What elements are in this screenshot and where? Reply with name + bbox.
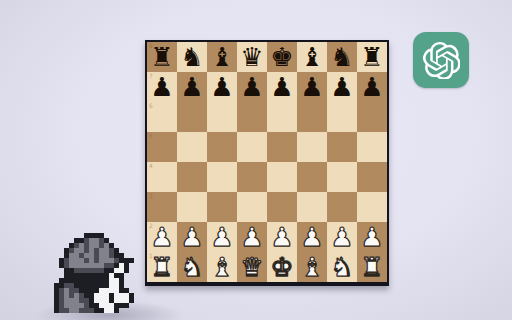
square-c2[interactable]: ♟: [207, 222, 237, 252]
square-h2[interactable]: ♟: [357, 222, 387, 252]
square-a4[interactable]: 4: [147, 162, 177, 192]
square-c8[interactable]: ♝: [207, 42, 237, 72]
black-queen: ♛: [240, 42, 263, 72]
white-king: ♚: [270, 252, 293, 282]
square-g5[interactable]: [327, 132, 357, 162]
square-a6[interactable]: 6: [147, 102, 177, 132]
square-c6[interactable]: [207, 102, 237, 132]
square-e7[interactable]: ♟: [267, 72, 297, 102]
square-c1[interactable]: ♝: [207, 252, 237, 282]
square-b5[interactable]: [177, 132, 207, 162]
square-b4[interactable]: [177, 162, 207, 192]
black-pawn: ♟: [330, 72, 353, 102]
rank-label: 4: [149, 162, 153, 169]
square-g3[interactable]: [327, 192, 357, 222]
square-b8[interactable]: ♞: [177, 42, 207, 72]
square-g1[interactable]: ♞: [327, 252, 357, 282]
square-b2[interactable]: ♟: [177, 222, 207, 252]
white-pawn: ♟: [180, 222, 203, 252]
square-d8[interactable]: ♛: [237, 42, 267, 72]
white-pawn: ♟: [360, 222, 383, 252]
square-a1[interactable]: 1♜: [147, 252, 177, 282]
white-rook: ♜: [360, 252, 383, 282]
rank-label: 5: [149, 132, 153, 139]
black-king: ♚: [270, 42, 293, 72]
white-pawn: ♟: [240, 222, 263, 252]
black-pawn: ♟: [240, 72, 263, 102]
black-knight: ♞: [330, 42, 353, 72]
square-c3[interactable]: [207, 192, 237, 222]
square-h7[interactable]: ♟: [357, 72, 387, 102]
square-f7[interactable]: ♟: [297, 72, 327, 102]
square-g8[interactable]: ♞: [327, 42, 357, 72]
white-knight: ♞: [330, 252, 353, 282]
square-g7[interactable]: ♟: [327, 72, 357, 102]
square-f5[interactable]: [297, 132, 327, 162]
square-f2[interactable]: ♟: [297, 222, 327, 252]
black-pawn: ♟: [300, 72, 323, 102]
white-pawn: ♟: [150, 222, 173, 252]
square-e6[interactable]: [267, 102, 297, 132]
square-h5[interactable]: [357, 132, 387, 162]
square-b6[interactable]: [177, 102, 207, 132]
rank-label: 6: [149, 102, 153, 109]
white-pawn: ♟: [270, 222, 293, 252]
square-a8[interactable]: 8♜: [147, 42, 177, 72]
square-h4[interactable]: [357, 162, 387, 192]
white-pawn: ♟: [330, 222, 353, 252]
square-h3[interactable]: [357, 192, 387, 222]
square-e8[interactable]: ♚: [267, 42, 297, 72]
black-knight: ♞: [180, 42, 203, 72]
black-bishop: ♝: [300, 42, 323, 72]
square-f3[interactable]: [297, 192, 327, 222]
square-c7[interactable]: ♟: [207, 72, 237, 102]
square-a3[interactable]: 3: [147, 192, 177, 222]
square-d4[interactable]: [237, 162, 267, 192]
chatgpt-logo-icon: [422, 41, 460, 79]
square-d2[interactable]: ♟: [237, 222, 267, 252]
pixel-character: [54, 233, 134, 317]
square-b7[interactable]: ♟: [177, 72, 207, 102]
square-h8[interactable]: ♜: [357, 42, 387, 72]
scene: 8♜♞♝♛♚♝♞♜7♟♟♟♟♟♟♟♟65432♟♟♟♟♟♟♟♟1♜♞♝♛♚♝♞♜: [0, 0, 512, 320]
square-e2[interactable]: ♟: [267, 222, 297, 252]
white-knight: ♞: [180, 252, 203, 282]
square-d5[interactable]: [237, 132, 267, 162]
square-c4[interactable]: [207, 162, 237, 192]
square-e1[interactable]: ♚: [267, 252, 297, 282]
square-f6[interactable]: [297, 102, 327, 132]
square-c5[interactable]: [207, 132, 237, 162]
black-rook: ♜: [360, 42, 383, 72]
white-bishop: ♝: [210, 252, 233, 282]
white-pawn: ♟: [300, 222, 323, 252]
black-pawn: ♟: [360, 72, 383, 102]
chessboard: 8♜♞♝♛♚♝♞♜7♟♟♟♟♟♟♟♟65432♟♟♟♟♟♟♟♟1♜♞♝♛♚♝♞♜: [145, 40, 389, 286]
square-f1[interactable]: ♝: [297, 252, 327, 282]
black-rook: ♜: [150, 42, 173, 72]
black-pawn: ♟: [150, 72, 173, 102]
square-a7[interactable]: 7♟: [147, 72, 177, 102]
chatgpt-avatar: [413, 32, 469, 88]
white-queen: ♛: [240, 252, 263, 282]
white-rook: ♜: [150, 252, 173, 282]
square-d1[interactable]: ♛: [237, 252, 267, 282]
black-bishop: ♝: [210, 42, 233, 72]
square-e3[interactable]: [267, 192, 297, 222]
square-e4[interactable]: [267, 162, 297, 192]
square-d7[interactable]: ♟: [237, 72, 267, 102]
square-h6[interactable]: [357, 102, 387, 132]
square-a2[interactable]: 2♟: [147, 222, 177, 252]
square-g4[interactable]: [327, 162, 357, 192]
square-e5[interactable]: [267, 132, 297, 162]
black-pawn: ♟: [270, 72, 293, 102]
white-bishop: ♝: [300, 252, 323, 282]
square-f8[interactable]: ♝: [297, 42, 327, 72]
black-pawn: ♟: [210, 72, 233, 102]
square-d3[interactable]: [237, 192, 267, 222]
square-a5[interactable]: 5: [147, 132, 177, 162]
square-g2[interactable]: ♟: [327, 222, 357, 252]
square-h1[interactable]: ♜: [357, 252, 387, 282]
square-g6[interactable]: [327, 102, 357, 132]
rank-label: 3: [149, 192, 153, 199]
square-f4[interactable]: [297, 162, 327, 192]
square-d6[interactable]: [237, 102, 267, 132]
black-pawn: ♟: [180, 72, 203, 102]
white-pawn: ♟: [210, 222, 233, 252]
square-b3[interactable]: [177, 192, 207, 222]
square-b1[interactable]: ♞: [177, 252, 207, 282]
